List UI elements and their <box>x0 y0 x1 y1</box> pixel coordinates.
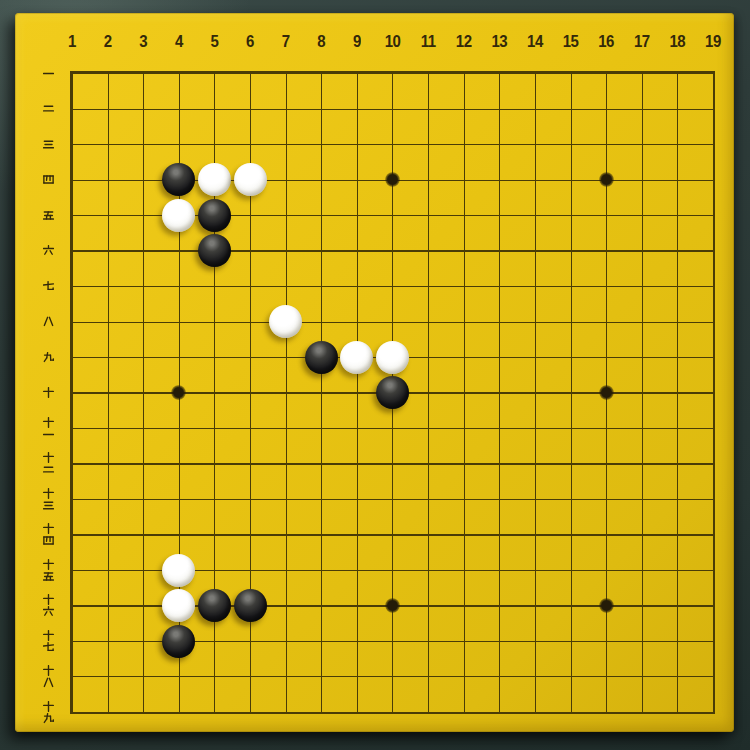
black-stone[interactable] <box>162 163 195 196</box>
column-label: 12 <box>456 32 472 50</box>
row-label <box>43 210 54 221</box>
row-label <box>43 103 54 114</box>
cjk-numeral-glyph <box>43 174 54 185</box>
cjk-numeral-glyph <box>43 535 54 546</box>
row-label <box>43 139 54 150</box>
row-label <box>43 488 54 511</box>
column-label: 13 <box>491 32 507 50</box>
cjk-numeral-glyph <box>43 559 54 570</box>
black-stone[interactable] <box>198 234 231 267</box>
black-stone[interactable] <box>305 341 338 374</box>
cjk-numeral-glyph <box>43 281 54 292</box>
cjk-numeral-glyph <box>43 701 54 712</box>
cjk-numeral-glyph <box>43 500 54 511</box>
cjk-numeral-glyph <box>43 713 54 724</box>
cjk-numeral-glyph <box>43 352 54 363</box>
white-stone[interactable] <box>340 341 373 374</box>
column-label: 8 <box>317 32 325 50</box>
white-stone[interactable] <box>376 341 409 374</box>
row-label <box>43 417 54 440</box>
row-label <box>43 452 54 475</box>
white-stone[interactable] <box>234 163 267 196</box>
black-stone[interactable] <box>376 376 409 409</box>
white-stone[interactable] <box>162 554 195 587</box>
column-label: 16 <box>598 32 614 50</box>
white-stone[interactable] <box>162 199 195 232</box>
cjk-numeral-glyph <box>43 387 54 398</box>
column-label: 10 <box>385 32 401 50</box>
column-label: 1 <box>68 32 76 50</box>
column-label: 15 <box>563 32 579 50</box>
column-labels: 12345678910111213141516171819 <box>54 32 731 50</box>
cjk-numeral-glyph <box>43 606 54 617</box>
cjk-numeral-glyph <box>43 417 54 428</box>
row-label <box>43 281 54 292</box>
cjk-numeral-glyph <box>43 630 54 641</box>
column-label: 18 <box>670 32 686 50</box>
cjk-numeral-glyph <box>43 316 54 327</box>
column-label: 4 <box>175 32 183 50</box>
cjk-numeral-glyph <box>43 139 54 150</box>
cjk-numeral-glyph <box>43 642 54 653</box>
cjk-numeral-glyph <box>43 594 54 605</box>
white-stone[interactable] <box>198 163 231 196</box>
cjk-numeral-glyph <box>43 677 54 688</box>
cjk-numeral-glyph <box>43 665 54 676</box>
column-label: 5 <box>211 32 219 50</box>
black-stone[interactable] <box>198 589 231 622</box>
row-label <box>43 701 54 724</box>
column-label: 17 <box>634 32 650 50</box>
row-label <box>43 665 54 688</box>
row-label <box>43 352 54 363</box>
column-label: 9 <box>353 32 361 50</box>
cjk-numeral-glyph <box>43 571 54 582</box>
photo-background: 12345678910111213141516171819 <box>0 0 750 750</box>
cjk-numeral-glyph <box>43 103 54 114</box>
row-label <box>43 68 54 79</box>
cjk-numeral-glyph <box>43 523 54 534</box>
cjk-numeral-glyph <box>43 452 54 463</box>
black-stone[interactable] <box>162 625 195 658</box>
row-label <box>43 387 54 398</box>
white-stone[interactable] <box>269 305 302 338</box>
row-label <box>43 245 54 256</box>
column-label: 6 <box>246 32 254 50</box>
go-board: 12345678910111213141516171819 <box>15 13 734 732</box>
black-stone[interactable] <box>234 589 267 622</box>
cjk-numeral-glyph <box>43 68 54 79</box>
cjk-numeral-glyph <box>43 245 54 256</box>
column-label: 14 <box>527 32 543 50</box>
stones-layer <box>54 55 731 730</box>
cjk-numeral-glyph <box>43 464 54 475</box>
black-stone[interactable] <box>198 199 231 232</box>
row-label <box>43 594 54 617</box>
cjk-numeral-glyph <box>43 488 54 499</box>
cjk-numeral-glyph <box>43 429 54 440</box>
white-stone[interactable] <box>162 589 195 622</box>
column-label: 3 <box>139 32 147 50</box>
column-label: 2 <box>104 32 112 50</box>
row-label <box>43 523 54 546</box>
row-label <box>43 630 54 653</box>
column-label: 11 <box>421 32 436 50</box>
cjk-numeral-glyph <box>43 210 54 221</box>
row-label <box>43 316 54 327</box>
row-label <box>43 559 54 582</box>
row-label <box>43 174 54 185</box>
column-label: 19 <box>705 32 721 50</box>
column-label: 7 <box>282 32 290 50</box>
